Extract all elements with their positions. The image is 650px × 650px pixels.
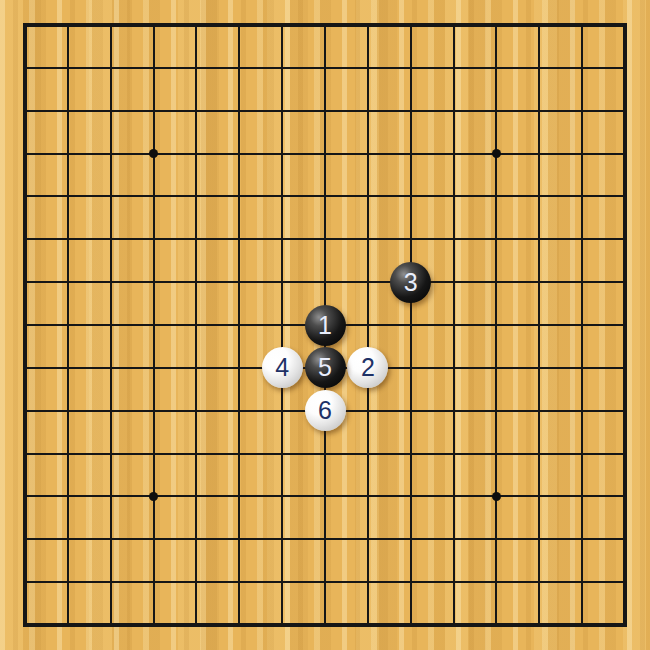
grid-line-vertical — [581, 23, 583, 627]
grid-line-vertical — [367, 23, 369, 627]
grid-line-vertical — [538, 23, 540, 627]
grid-line-vertical — [495, 23, 497, 627]
star-point — [492, 492, 501, 501]
grid-line-horizontal — [23, 453, 627, 455]
stone-black-3: 3 — [390, 262, 431, 303]
grid-line-horizontal — [23, 538, 627, 540]
grid-line-horizontal — [23, 495, 627, 497]
stone-black-5: 5 — [305, 347, 346, 388]
stone-move-number: 2 — [361, 355, 375, 380]
stone-move-number: 1 — [318, 313, 332, 338]
grid-line-vertical — [453, 23, 455, 627]
stone-white-4: 4 — [262, 347, 303, 388]
star-point — [149, 149, 158, 158]
grid-line-horizontal — [23, 623, 627, 627]
star-point — [149, 492, 158, 501]
stone-move-number: 6 — [318, 398, 332, 423]
stone-move-number: 5 — [318, 355, 332, 380]
board-background: 123456 — [0, 0, 650, 650]
stone-white-6: 6 — [305, 390, 346, 431]
grid-line-vertical — [623, 23, 627, 627]
stone-white-2: 2 — [347, 347, 388, 388]
grid-line-horizontal — [23, 581, 627, 583]
goban-board[interactable]: 123456 — [0, 0, 650, 650]
stone-move-number: 3 — [404, 270, 418, 295]
grid-line-vertical — [410, 23, 412, 627]
stone-move-number: 4 — [275, 355, 289, 380]
stone-black-1: 1 — [305, 305, 346, 346]
star-point — [492, 149, 501, 158]
